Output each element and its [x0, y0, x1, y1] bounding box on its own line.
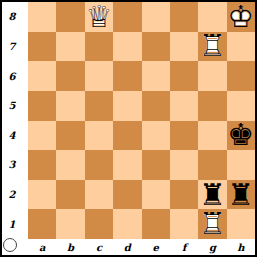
square-a3[interactable]: [28, 150, 56, 180]
square-d5[interactable]: [113, 91, 141, 121]
piece-glyph-outline: ♔: [227, 2, 255, 32]
square-f2[interactable]: [170, 180, 198, 210]
square-c4[interactable]: [85, 121, 113, 151]
square-e7[interactable]: [142, 32, 170, 62]
square-g7[interactable]: ♜♖: [198, 32, 226, 62]
square-h5[interactable]: [227, 91, 255, 121]
white-to-move-circle-icon: [3, 238, 17, 252]
square-g2[interactable]: ♜: [198, 180, 226, 210]
square-e4[interactable]: [142, 121, 170, 151]
square-c5[interactable]: [85, 91, 113, 121]
rank-label-5: 5: [2, 91, 28, 121]
square-e2[interactable]: [142, 180, 170, 210]
piece-black-king[interactable]: ♚: [227, 121, 255, 151]
square-b4[interactable]: [56, 121, 84, 151]
square-e6[interactable]: [142, 61, 170, 91]
square-e3[interactable]: [142, 150, 170, 180]
square-a4[interactable]: [28, 121, 56, 151]
square-h2[interactable]: ♜: [227, 180, 255, 210]
square-e1[interactable]: [142, 209, 170, 239]
square-h4[interactable]: ♚: [227, 121, 255, 151]
square-b7[interactable]: [56, 32, 84, 62]
piece-white-rook[interactable]: ♜♖: [198, 209, 226, 239]
square-d4[interactable]: [113, 121, 141, 151]
square-d3[interactable]: [113, 150, 141, 180]
rank-labels: 87654321: [2, 2, 28, 239]
square-h8[interactable]: ♚♔: [227, 2, 255, 32]
square-b8[interactable]: [56, 2, 84, 32]
piece-glyph-outline: ♖: [198, 209, 226, 239]
piece-glyph: ♜: [198, 180, 226, 210]
square-g1[interactable]: ♜♖: [198, 209, 226, 239]
rank-label-8: 8: [2, 2, 28, 32]
square-g5[interactable]: [198, 91, 226, 121]
square-f4[interactable]: [170, 121, 198, 151]
file-label-c: c: [85, 239, 113, 255]
file-labels: abcdefgh: [28, 239, 255, 255]
square-b3[interactable]: [56, 150, 84, 180]
square-c2[interactable]: [85, 180, 113, 210]
square-d8[interactable]: [113, 2, 141, 32]
file-label-a: a: [28, 239, 56, 255]
piece-black-rook[interactable]: ♜: [227, 180, 255, 210]
square-f7[interactable]: [170, 32, 198, 62]
square-f6[interactable]: [170, 61, 198, 91]
square-d7[interactable]: [113, 32, 141, 62]
square-a5[interactable]: [28, 91, 56, 121]
square-f1[interactable]: [170, 209, 198, 239]
file-label-h: h: [227, 239, 255, 255]
square-a1[interactable]: [28, 209, 56, 239]
square-d6[interactable]: [113, 61, 141, 91]
square-a8[interactable]: [28, 2, 56, 32]
square-b5[interactable]: [56, 91, 84, 121]
chess-board: ♛♕♚♔♜♖♚♜♜♜♖: [28, 2, 255, 239]
file-label-e: e: [142, 239, 170, 255]
square-g4[interactable]: [198, 121, 226, 151]
square-e5[interactable]: [142, 91, 170, 121]
piece-glyph: ♜: [227, 180, 255, 210]
rank-label-6: 6: [2, 61, 28, 91]
square-c7[interactable]: [85, 32, 113, 62]
file-label-d: d: [113, 239, 141, 255]
square-a2[interactable]: [28, 180, 56, 210]
piece-glyph: ♚: [227, 121, 255, 151]
file-label-g: g: [198, 239, 226, 255]
piece-white-king[interactable]: ♚♔: [227, 2, 255, 32]
file-label-f: f: [170, 239, 198, 255]
square-c6[interactable]: [85, 61, 113, 91]
square-h6[interactable]: [227, 61, 255, 91]
rank-label-4: 4: [2, 121, 28, 151]
square-f5[interactable]: [170, 91, 198, 121]
square-c8[interactable]: ♛♕: [85, 2, 113, 32]
square-d1[interactable]: [113, 209, 141, 239]
square-e8[interactable]: [142, 2, 170, 32]
piece-glyph-outline: ♖: [198, 32, 226, 62]
rank-label-7: 7: [2, 32, 28, 62]
square-d2[interactable]: [113, 180, 141, 210]
rank-label-2: 2: [2, 180, 28, 210]
square-h1[interactable]: [227, 209, 255, 239]
square-g6[interactable]: [198, 61, 226, 91]
square-c3[interactable]: [85, 150, 113, 180]
chess-board-diagram: 87654321 ♛♕♚♔♜♖♚♜♜♜♖ abcdefgh: [0, 0, 257, 257]
square-a6[interactable]: [28, 61, 56, 91]
square-a7[interactable]: [28, 32, 56, 62]
square-b2[interactable]: [56, 180, 84, 210]
rank-label-3: 3: [2, 150, 28, 180]
piece-black-rook[interactable]: ♜: [198, 180, 226, 210]
file-label-b: b: [56, 239, 84, 255]
piece-white-rook[interactable]: ♜♖: [198, 32, 226, 62]
square-f8[interactable]: [170, 2, 198, 32]
square-c1[interactable]: [85, 209, 113, 239]
square-h3[interactable]: [227, 150, 255, 180]
square-h7[interactable]: [227, 32, 255, 62]
square-g8[interactable]: [198, 2, 226, 32]
square-b6[interactable]: [56, 61, 84, 91]
rank-label-1: 1: [2, 209, 28, 239]
square-g3[interactable]: [198, 150, 226, 180]
square-b1[interactable]: [56, 209, 84, 239]
piece-glyph-outline: ♕: [85, 2, 113, 32]
square-f3[interactable]: [170, 150, 198, 180]
piece-white-queen[interactable]: ♛♕: [85, 2, 113, 32]
